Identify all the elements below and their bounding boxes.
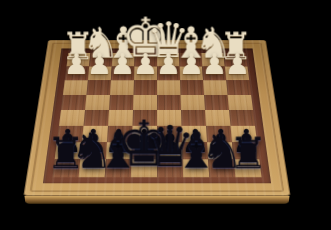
square-b2[interactable]: ♟ — [202, 66, 226, 80]
square-a8[interactable]: ♜ — [234, 159, 262, 177]
square-c4[interactable] — [181, 95, 205, 110]
square-h3[interactable] — [63, 80, 88, 95]
square-c3[interactable] — [180, 80, 204, 95]
square-f3[interactable] — [110, 80, 134, 95]
photo-background: ♜♞♝♚♛♝♞♜♟♟♟♟♟♟♟♟♟♟♟♟♟♟♟♟♜♞♝♚♛♝♞♜ — [0, 0, 331, 230]
square-g4[interactable] — [85, 95, 110, 110]
square-a2[interactable]: ♟ — [225, 66, 249, 80]
square-b4[interactable] — [204, 95, 229, 110]
white-pawn[interactable]: ♟ — [179, 50, 205, 79]
white-pawn[interactable]: ♟ — [225, 50, 251, 79]
square-b3[interactable] — [203, 80, 227, 95]
square-h4[interactable] — [61, 95, 86, 110]
white-pawn[interactable]: ♟ — [110, 50, 136, 79]
white-pawn[interactable]: ♟ — [156, 50, 182, 79]
square-c2[interactable]: ♟ — [180, 66, 204, 80]
black-rook[interactable]: ♜ — [229, 131, 268, 174]
chessboard: ♜♞♝♚♛♝♞♜♟♟♟♟♟♟♟♟♟♟♟♟♟♟♟♟♜♞♝♚♛♝♞♜ — [23, 40, 290, 196]
square-g2[interactable]: ♟ — [88, 66, 112, 80]
square-e2[interactable]: ♟ — [134, 66, 157, 80]
board-inner-border: ♜♞♝♚♛♝♞♜♟♟♟♟♟♟♟♟♟♟♟♟♟♟♟♟♜♞♝♚♛♝♞♜ — [43, 49, 271, 184]
square-a4[interactable] — [228, 95, 253, 110]
square-d2[interactable]: ♟ — [157, 66, 180, 80]
square-d3[interactable] — [157, 80, 181, 95]
board-frame: ♜♞♝♚♛♝♞♜♟♟♟♟♟♟♟♟♟♟♟♟♟♟♟♟♜♞♝♚♛♝♞♜ — [23, 40, 290, 196]
white-pawn[interactable]: ♟ — [133, 50, 159, 79]
square-g3[interactable] — [86, 80, 110, 95]
square-e3[interactable] — [133, 80, 157, 95]
white-pawn[interactable]: ♟ — [202, 50, 228, 79]
square-a3[interactable] — [226, 80, 251, 95]
white-pawn[interactable]: ♟ — [64, 50, 90, 79]
board-front-edge — [24, 196, 289, 204]
white-pawn[interactable]: ♟ — [87, 50, 113, 79]
square-f2[interactable]: ♟ — [111, 66, 135, 80]
board-grid: ♜♞♝♚♛♝♞♜♟♟♟♟♟♟♟♟♟♟♟♟♟♟♟♟♜♞♝♚♛♝♞♜ — [52, 53, 261, 177]
square-h2[interactable]: ♟ — [65, 66, 89, 80]
